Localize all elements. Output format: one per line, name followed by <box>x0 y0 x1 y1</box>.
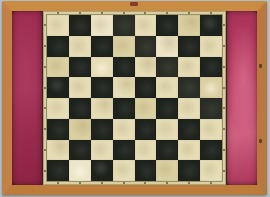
photo <box>0 0 270 197</box>
border-tick <box>57 182 59 184</box>
square-g6[interactable] <box>178 57 200 78</box>
border-tick <box>223 87 225 89</box>
border-tick <box>44 24 46 26</box>
square-a6[interactable] <box>47 57 69 78</box>
square-e2[interactable] <box>135 140 157 161</box>
square-c3[interactable] <box>91 119 113 140</box>
square-a4[interactable] <box>47 98 69 119</box>
square-g7[interactable] <box>178 36 200 57</box>
square-a7[interactable] <box>47 36 69 57</box>
border-tick <box>210 12 212 14</box>
square-a3[interactable] <box>47 119 69 140</box>
border-tick <box>166 12 168 14</box>
border-tick <box>57 12 59 14</box>
square-c7[interactable] <box>91 36 113 57</box>
border-tick <box>44 170 46 172</box>
square-f5[interactable] <box>156 77 178 98</box>
square-e7[interactable] <box>135 36 157 57</box>
square-c8[interactable] <box>91 15 113 36</box>
square-e6[interactable] <box>135 57 157 78</box>
square-b7[interactable] <box>69 36 91 57</box>
square-f2[interactable] <box>156 140 178 161</box>
square-e3[interactable] <box>135 119 157 140</box>
border-tick <box>223 66 225 68</box>
clasp-mark <box>130 2 138 6</box>
square-f1[interactable] <box>156 160 178 181</box>
border-tick <box>188 182 190 184</box>
square-d5[interactable] <box>113 77 135 98</box>
square-f8[interactable] <box>156 15 178 36</box>
ticks-bottom <box>47 181 222 185</box>
square-b2[interactable] <box>69 140 91 161</box>
square-f4[interactable] <box>156 98 178 119</box>
border-tick <box>144 182 146 184</box>
border-tick <box>166 182 168 184</box>
border-tick <box>223 149 225 151</box>
square-h4[interactable] <box>200 98 222 119</box>
square-b3[interactable] <box>69 119 91 140</box>
border-tick <box>123 182 125 184</box>
border-tick <box>44 128 46 130</box>
square-g8[interactable] <box>178 15 200 36</box>
square-e8[interactable] <box>135 15 157 36</box>
border-tick <box>101 12 103 14</box>
square-e5[interactable] <box>135 77 157 98</box>
square-b5[interactable] <box>69 77 91 98</box>
square-c1[interactable] <box>91 160 113 181</box>
square-g5[interactable] <box>178 77 200 98</box>
border-tick <box>101 182 103 184</box>
right-leather-panel <box>227 11 257 185</box>
border-tick <box>44 66 46 68</box>
border-tick <box>223 170 225 172</box>
square-g1[interactable] <box>178 160 200 181</box>
square-h2[interactable] <box>200 140 222 161</box>
square-b6[interactable] <box>69 57 91 78</box>
square-d7[interactable] <box>113 36 135 57</box>
square-d8[interactable] <box>113 15 135 36</box>
square-g2[interactable] <box>178 140 200 161</box>
square-f7[interactable] <box>156 36 178 57</box>
square-d6[interactable] <box>113 57 135 78</box>
square-b1[interactable] <box>69 160 91 181</box>
ticks-right <box>222 15 226 181</box>
square-c6[interactable] <box>91 57 113 78</box>
square-c4[interactable] <box>91 98 113 119</box>
square-a1[interactable] <box>47 160 69 181</box>
border-tick <box>44 107 46 109</box>
square-f6[interactable] <box>156 57 178 78</box>
border-tick <box>223 107 225 109</box>
square-h5[interactable] <box>200 77 222 98</box>
square-b8[interactable] <box>69 15 91 36</box>
square-c5[interactable] <box>91 77 113 98</box>
screw-icon <box>259 64 262 68</box>
square-a5[interactable] <box>47 77 69 98</box>
square-d3[interactable] <box>113 119 135 140</box>
square-b4[interactable] <box>69 98 91 119</box>
square-h6[interactable] <box>200 57 222 78</box>
border-tick <box>210 182 212 184</box>
border-tick <box>223 128 225 130</box>
border-tick <box>44 45 46 47</box>
square-d2[interactable] <box>113 140 135 161</box>
left-leather-panel <box>12 11 42 185</box>
board-grid <box>47 15 222 181</box>
square-d1[interactable] <box>113 160 135 181</box>
border-tick <box>44 149 46 151</box>
square-a2[interactable] <box>47 140 69 161</box>
square-h3[interactable] <box>200 119 222 140</box>
square-e4[interactable] <box>135 98 157 119</box>
square-d4[interactable] <box>113 98 135 119</box>
frame-interior <box>12 11 257 185</box>
square-h1[interactable] <box>200 160 222 181</box>
border-tick <box>123 12 125 14</box>
wooden-frame <box>2 1 267 195</box>
square-a8[interactable] <box>47 15 69 36</box>
square-h7[interactable] <box>200 36 222 57</box>
square-e1[interactable] <box>135 160 157 181</box>
border-tick <box>79 182 81 184</box>
border-tick <box>79 12 81 14</box>
square-g4[interactable] <box>178 98 200 119</box>
square-h8[interactable] <box>200 15 222 36</box>
chessboard <box>43 11 226 185</box>
border-tick <box>223 24 225 26</box>
border-tick <box>223 45 225 47</box>
square-c2[interactable] <box>91 140 113 161</box>
border-tick <box>44 87 46 89</box>
square-g3[interactable] <box>178 119 200 140</box>
screw-icon <box>259 139 262 143</box>
border-tick <box>188 12 190 14</box>
square-f3[interactable] <box>156 119 178 140</box>
border-tick <box>144 12 146 14</box>
